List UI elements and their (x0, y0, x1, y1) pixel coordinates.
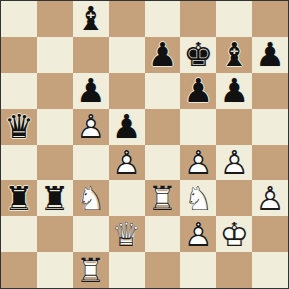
piece-white-pawn-fill: ♟︎ (180, 145, 216, 181)
piece-white-pawn: ♙︎ (73, 109, 109, 145)
square-c3[interactable]: ♞︎♘︎ (73, 180, 109, 216)
piece-white-knight: ♘︎ (73, 180, 109, 216)
piece-white-king: ♔︎ (216, 216, 252, 252)
square-d5[interactable]: ♟︎ (109, 109, 145, 145)
piece-black-pawn: ♟︎ (145, 37, 181, 73)
piece-white-pawn-fill: ♟︎ (109, 145, 145, 181)
square-h3[interactable]: ♟︎♙︎ (252, 180, 288, 216)
square-a1[interactable] (1, 252, 37, 288)
piece-white-pawn-fill: ♟︎ (73, 109, 109, 145)
square-h7[interactable]: ♟︎ (252, 37, 288, 73)
piece-white-pawn: ♙︎ (252, 180, 288, 216)
piece-black-king: ♚︎ (180, 37, 216, 73)
square-f3[interactable]: ♞︎♘︎ (180, 180, 216, 216)
square-a2[interactable] (1, 216, 37, 252)
piece-black-bishop: ♝︎ (216, 37, 252, 73)
piece-black-pawn: ♟︎ (180, 73, 216, 109)
square-b6[interactable] (37, 73, 73, 109)
square-b7[interactable] (37, 37, 73, 73)
square-d1[interactable] (109, 252, 145, 288)
square-d6[interactable] (109, 73, 145, 109)
square-c6[interactable]: ♟︎ (73, 73, 109, 109)
piece-white-pawn-fill: ♟︎ (252, 180, 288, 216)
piece-white-knight-fill: ♞︎ (73, 180, 109, 216)
square-f8[interactable] (180, 1, 216, 37)
chess-board: ♝︎♟︎♚︎♝︎♟︎♟︎♟︎♟︎♛︎♟︎♙︎♟︎♟︎♙︎♟︎♙︎♟︎♙︎♜︎♜︎… (0, 0, 289, 289)
piece-white-pawn: ♙︎ (180, 216, 216, 252)
piece-white-pawn: ♙︎ (180, 145, 216, 181)
square-d2[interactable]: ♛︎♕︎ (109, 216, 145, 252)
square-e1[interactable] (145, 252, 181, 288)
square-a4[interactable] (1, 145, 37, 181)
piece-white-rook: ♖︎ (145, 180, 181, 216)
piece-white-rook-fill: ♜︎ (73, 252, 109, 288)
square-c4[interactable] (73, 145, 109, 181)
piece-white-rook: ♖︎ (73, 252, 109, 288)
square-f2[interactable]: ♟︎♙︎ (180, 216, 216, 252)
square-h8[interactable] (252, 1, 288, 37)
piece-white-knight-fill: ♞︎ (180, 180, 216, 216)
square-g7[interactable]: ♝︎ (216, 37, 252, 73)
square-g6[interactable]: ♟︎ (216, 73, 252, 109)
piece-white-pawn-fill: ♟︎ (216, 145, 252, 181)
square-e4[interactable] (145, 145, 181, 181)
piece-black-rook: ♜︎ (1, 180, 37, 216)
square-f4[interactable]: ♟︎♙︎ (180, 145, 216, 181)
square-b1[interactable] (37, 252, 73, 288)
square-h6[interactable] (252, 73, 288, 109)
piece-black-pawn: ♟︎ (216, 73, 252, 109)
square-a3[interactable]: ♜︎ (1, 180, 37, 216)
square-g3[interactable] (216, 180, 252, 216)
square-h2[interactable] (252, 216, 288, 252)
piece-white-rook-fill: ♜︎ (145, 180, 181, 216)
piece-black-pawn: ♟︎ (252, 37, 288, 73)
square-g2[interactable]: ♚︎♔︎ (216, 216, 252, 252)
square-f1[interactable] (180, 252, 216, 288)
piece-white-queen: ♕︎ (109, 216, 145, 252)
piece-black-bishop: ♝︎ (73, 1, 109, 37)
square-g1[interactable] (216, 252, 252, 288)
piece-white-pawn: ♙︎ (109, 145, 145, 181)
square-d4[interactable]: ♟︎♙︎ (109, 145, 145, 181)
piece-black-pawn: ♟︎ (73, 73, 109, 109)
square-c2[interactable] (73, 216, 109, 252)
square-f7[interactable]: ♚︎ (180, 37, 216, 73)
square-a6[interactable] (1, 73, 37, 109)
square-f6[interactable]: ♟︎ (180, 73, 216, 109)
square-c1[interactable]: ♜︎♖︎ (73, 252, 109, 288)
square-c7[interactable] (73, 37, 109, 73)
piece-white-pawn-fill: ♟︎ (180, 216, 216, 252)
square-b5[interactable] (37, 109, 73, 145)
piece-white-knight: ♘︎ (180, 180, 216, 216)
square-h4[interactable] (252, 145, 288, 181)
square-c5[interactable]: ♟︎♙︎ (73, 109, 109, 145)
square-a5[interactable]: ♛︎ (1, 109, 37, 145)
square-g5[interactable] (216, 109, 252, 145)
square-g8[interactable] (216, 1, 252, 37)
square-a7[interactable] (1, 37, 37, 73)
square-c8[interactable]: ♝︎ (73, 1, 109, 37)
square-d8[interactable] (109, 1, 145, 37)
square-e2[interactable] (145, 216, 181, 252)
square-h1[interactable] (252, 252, 288, 288)
square-g4[interactable]: ♟︎♙︎ (216, 145, 252, 181)
square-d7[interactable] (109, 37, 145, 73)
square-b3[interactable]: ♜︎ (37, 180, 73, 216)
square-b2[interactable] (37, 216, 73, 252)
piece-white-queen-fill: ♛︎ (109, 216, 145, 252)
piece-white-king-fill: ♚︎ (216, 216, 252, 252)
square-b4[interactable] (37, 145, 73, 181)
square-f5[interactable] (180, 109, 216, 145)
square-e7[interactable]: ♟︎ (145, 37, 181, 73)
square-b8[interactable] (37, 1, 73, 37)
piece-black-rook: ♜︎ (37, 180, 73, 216)
square-e5[interactable] (145, 109, 181, 145)
square-e8[interactable] (145, 1, 181, 37)
square-d3[interactable] (109, 180, 145, 216)
piece-white-pawn: ♙︎ (216, 145, 252, 181)
piece-black-pawn: ♟︎ (109, 109, 145, 145)
square-a8[interactable] (1, 1, 37, 37)
square-e3[interactable]: ♜︎♖︎ (145, 180, 181, 216)
square-h5[interactable] (252, 109, 288, 145)
square-e6[interactable] (145, 73, 181, 109)
piece-black-queen: ♛︎ (1, 109, 37, 145)
